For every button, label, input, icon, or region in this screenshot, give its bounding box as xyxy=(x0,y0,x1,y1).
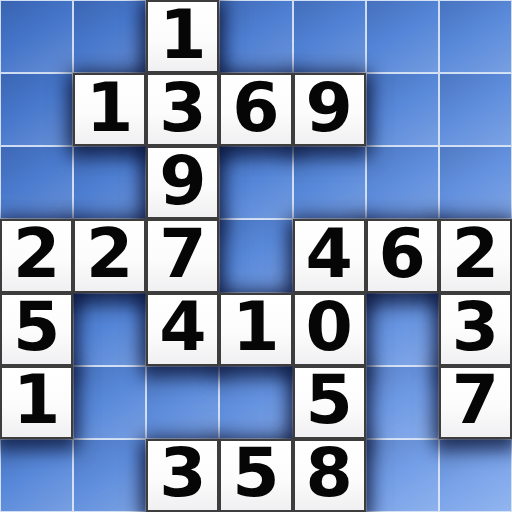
cell-digit: 1 xyxy=(13,366,60,434)
cell-digit: 6 xyxy=(232,74,279,142)
digit-cell-r6c7[interactable]: 7 xyxy=(439,366,512,439)
cell-digit: 3 xyxy=(452,293,499,361)
cell-digit: 5 xyxy=(305,366,352,434)
digit-cell-r2c4[interactable]: 6 xyxy=(219,73,292,146)
blocked-cell-r1c4 xyxy=(219,0,292,73)
digit-cell-r7c4[interactable]: 5 xyxy=(219,439,292,512)
digit-cell-r1c3[interactable]: 1 xyxy=(146,0,219,73)
cell-digit: 5 xyxy=(232,439,279,507)
cell-digit: 6 xyxy=(379,220,426,288)
cell-digit: 2 xyxy=(13,220,60,288)
puzzle-board: 11369922746254103157358 xyxy=(0,0,512,512)
digit-cell-r6c1[interactable]: 1 xyxy=(0,366,73,439)
blocked-cell-r7c2 xyxy=(73,439,146,512)
blocked-cell-r3c4 xyxy=(219,146,292,219)
blocked-cell-r3c2 xyxy=(73,146,146,219)
blocked-cell-r3c1 xyxy=(0,146,73,219)
cell-digit: 1 xyxy=(232,293,279,361)
digit-cell-r2c2[interactable]: 1 xyxy=(73,73,146,146)
blocked-cell-r1c5 xyxy=(293,0,366,73)
blocked-cell-r6c2 xyxy=(73,366,146,439)
digit-cell-r4c1[interactable]: 2 xyxy=(0,219,73,292)
blocked-cell-r6c6 xyxy=(366,366,439,439)
cell-digit: 0 xyxy=(305,293,352,361)
blocked-cell-r1c6 xyxy=(366,0,439,73)
digit-cell-r7c3[interactable]: 3 xyxy=(146,439,219,512)
blocked-cell-r1c7 xyxy=(439,0,512,73)
blocked-cell-r2c7 xyxy=(439,73,512,146)
digit-cell-r4c6[interactable]: 6 xyxy=(366,219,439,292)
blocked-cell-r1c1 xyxy=(0,0,73,73)
cell-digit: 3 xyxy=(159,74,206,142)
blocked-cell-r6c4 xyxy=(219,366,292,439)
blocked-cell-r7c7 xyxy=(439,439,512,512)
digit-cell-r6c5[interactable]: 5 xyxy=(293,366,366,439)
cell-digit: 2 xyxy=(452,220,499,288)
cell-digit: 9 xyxy=(305,74,352,142)
digit-cell-r5c3[interactable]: 4 xyxy=(146,293,219,366)
blocked-cell-r2c1 xyxy=(0,73,73,146)
digit-cell-r3c3[interactable]: 9 xyxy=(146,146,219,219)
digit-cell-r4c3[interactable]: 7 xyxy=(146,219,219,292)
cell-digit: 1 xyxy=(86,74,133,142)
blocked-cell-r6c3 xyxy=(146,366,219,439)
blocked-cell-r3c5 xyxy=(293,146,366,219)
blocked-cell-r1c2 xyxy=(73,0,146,73)
blocked-cell-r5c6 xyxy=(366,293,439,366)
cell-digit: 1 xyxy=(159,1,206,69)
blocked-cell-r3c6 xyxy=(366,146,439,219)
cell-digit: 3 xyxy=(159,439,206,507)
digit-cell-r4c5[interactable]: 4 xyxy=(293,219,366,292)
digit-cell-r4c2[interactable]: 2 xyxy=(73,219,146,292)
digit-cell-r5c7[interactable]: 3 xyxy=(439,293,512,366)
digit-cell-r5c1[interactable]: 5 xyxy=(0,293,73,366)
cell-digit: 4 xyxy=(159,293,206,361)
blocked-cell-r3c7 xyxy=(439,146,512,219)
blocked-cell-r7c6 xyxy=(366,439,439,512)
blocked-cell-r5c2 xyxy=(73,293,146,366)
blocked-cell-r4c4 xyxy=(219,219,292,292)
cell-digit: 7 xyxy=(159,220,206,288)
digit-cell-r4c7[interactable]: 2 xyxy=(439,219,512,292)
cell-digit: 7 xyxy=(452,366,499,434)
digit-cell-r5c4[interactable]: 1 xyxy=(219,293,292,366)
cell-digit: 4 xyxy=(305,220,352,288)
cell-digit: 8 xyxy=(305,439,352,507)
digit-cell-r2c5[interactable]: 9 xyxy=(293,73,366,146)
digit-cell-r2c3[interactable]: 3 xyxy=(146,73,219,146)
digit-cell-r7c5[interactable]: 8 xyxy=(293,439,366,512)
blocked-cell-r2c6 xyxy=(366,73,439,146)
blocked-cell-r7c1 xyxy=(0,439,73,512)
digit-cell-r5c5[interactable]: 0 xyxy=(293,293,366,366)
cell-digit: 2 xyxy=(86,220,133,288)
cell-digit: 9 xyxy=(159,147,206,215)
cell-digit: 5 xyxy=(13,293,60,361)
